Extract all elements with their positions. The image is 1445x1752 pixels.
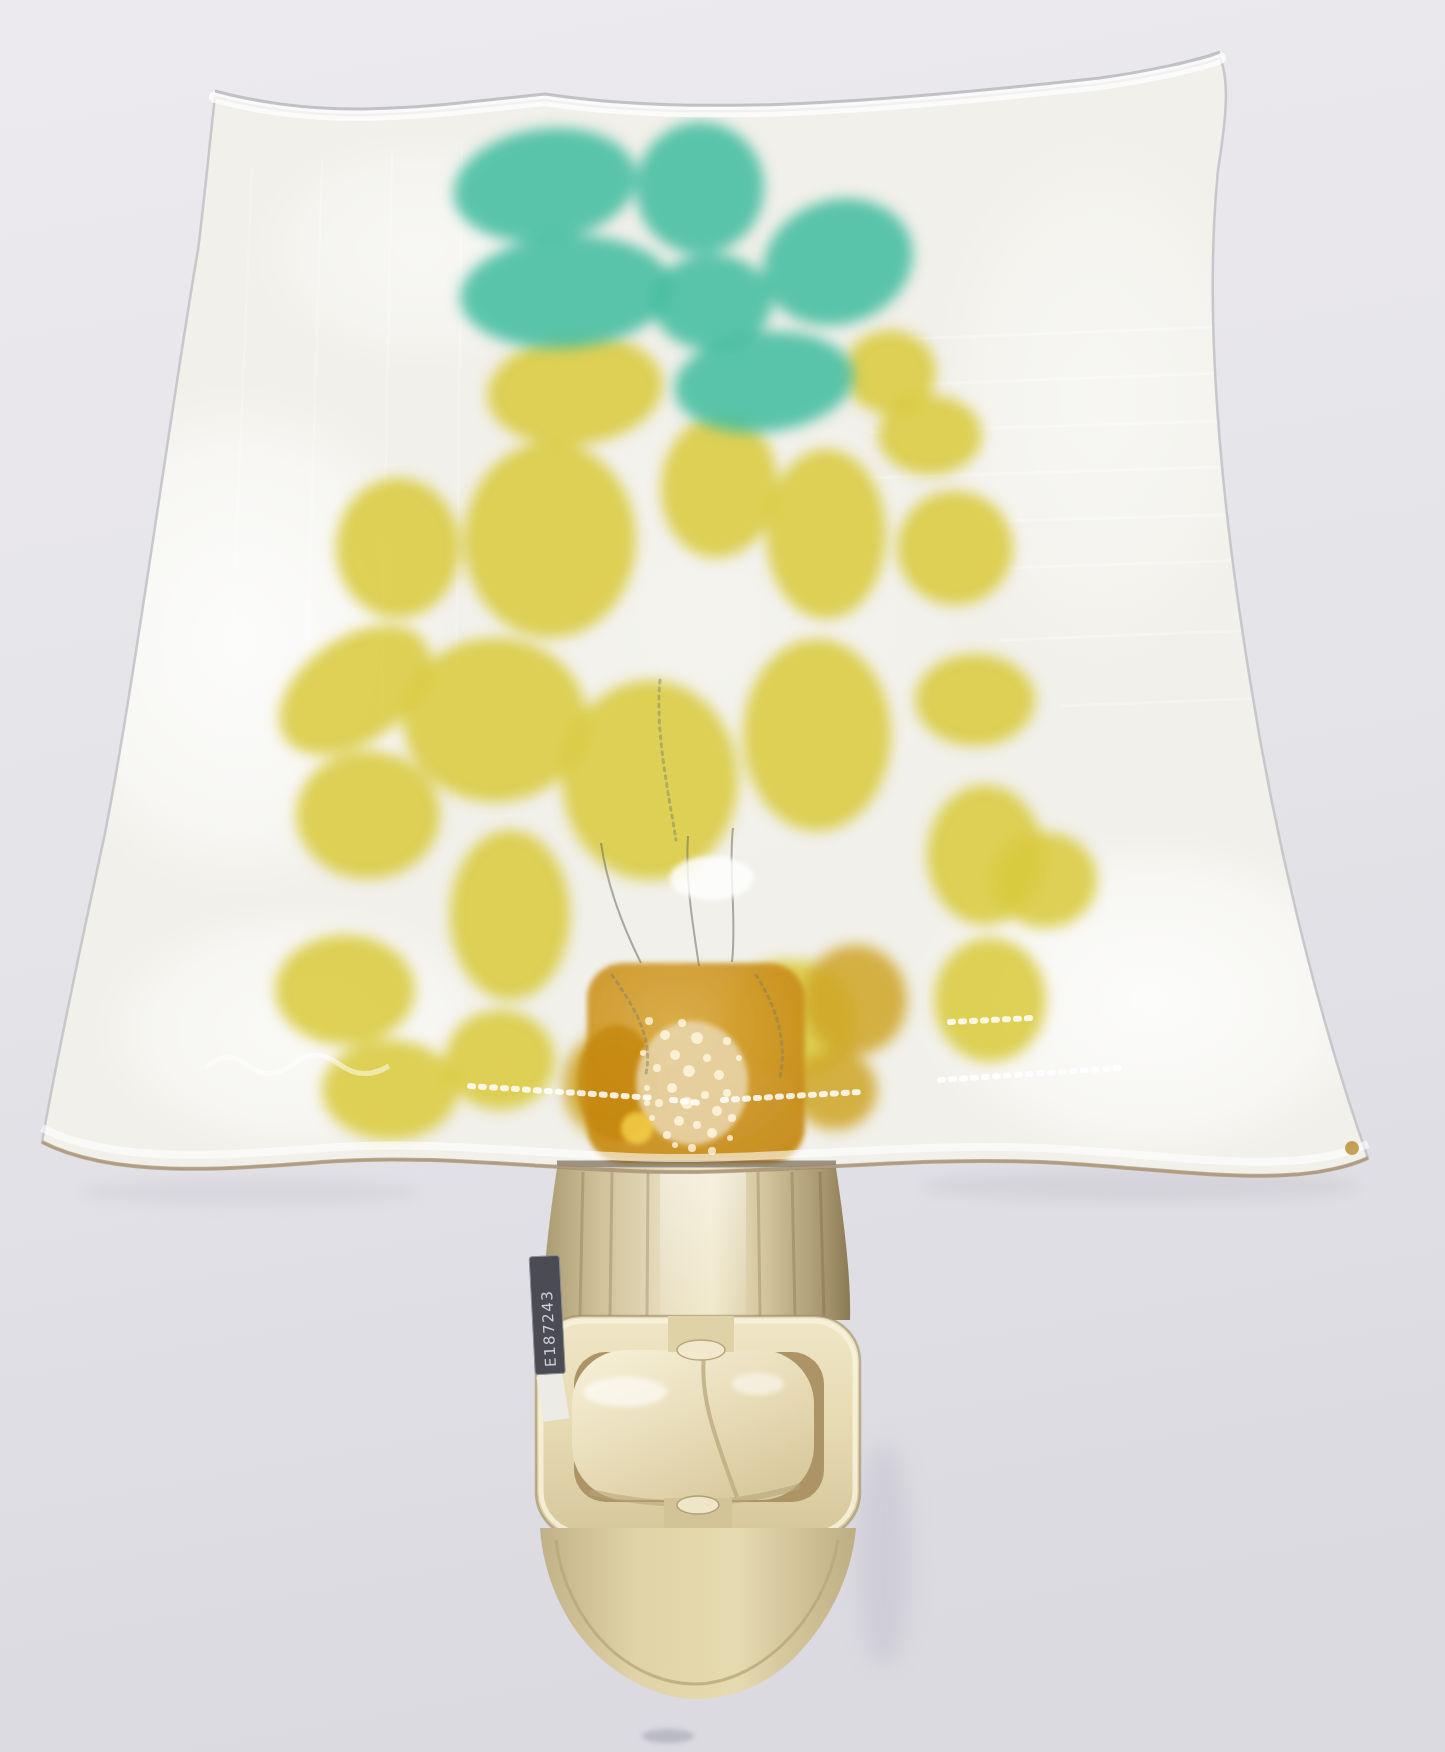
bubble-dot [649, 1115, 655, 1121]
night-light-photo-canvas: E187243 [0, 0, 1445, 1752]
yellow-glass-pebble [878, 395, 982, 475]
yellow-glass-pebble [445, 1010, 555, 1110]
bubble-dot [678, 1019, 686, 1027]
bubble-dot [736, 1055, 742, 1061]
bubble-dot [683, 1065, 695, 1077]
amber-accent-piece [577, 963, 805, 1163]
plug-side-shadow [856, 1443, 912, 1667]
bubble-dot [714, 1070, 724, 1080]
yellow-glass-pebble [322, 1040, 458, 1140]
yellow-glass-pebble [897, 491, 1013, 605]
bubble-dot [723, 1037, 731, 1045]
bubble-dot [644, 1085, 650, 1091]
yellow-glass-pebble [766, 449, 886, 619]
bubble-dot [688, 1144, 696, 1152]
bubble-dot [640, 1050, 646, 1056]
bubble-dot [667, 1083, 677, 1093]
product-photo: E187243 [0, 0, 1445, 1752]
bubble-dot [712, 1106, 722, 1116]
yellow-glass-pebble [403, 638, 587, 802]
bubble-dot [674, 1116, 684, 1126]
yellow-glass-pebble [336, 478, 460, 618]
yellow-glass-pebble [934, 938, 1046, 1062]
iridescent-patch [670, 856, 754, 900]
yellow-glass-pebble [743, 639, 891, 831]
yellow-glass-pebble [296, 751, 440, 879]
yellow-glass-pebble [275, 935, 415, 1045]
bubble-dot [693, 1121, 701, 1129]
bubble-dot [655, 1099, 663, 1107]
bubble-dot [703, 1054, 711, 1062]
bubble-dot [660, 1030, 670, 1040]
bubble-dot [691, 1032, 703, 1044]
bubble-dot [728, 1114, 736, 1122]
plug-tip-shadow [642, 1729, 694, 1743]
yellow-glass-pebble [915, 654, 1035, 746]
gold-glass-pebble [803, 945, 907, 1055]
rotary-switch-knob [572, 1350, 814, 1500]
bubble-dot [672, 1142, 678, 1148]
bubble-dot [663, 1131, 671, 1139]
yellow-glass-pebble [450, 830, 570, 1000]
bubble-dot [707, 1128, 717, 1138]
bubble-dot [645, 1017, 653, 1025]
glass-drop-shadow-left [80, 1179, 420, 1205]
bubble-dot [701, 1091, 709, 1099]
corner-amber-drip [1345, 1141, 1359, 1155]
amber-glint [621, 1112, 653, 1144]
yellow-glass-pebble [562, 680, 738, 880]
knob-axle-pin-bottom [677, 1496, 719, 1514]
sparkle-dash-row [672, 1100, 700, 1103]
collar-highlight [660, 1172, 746, 1318]
bubble-dot [727, 1135, 733, 1141]
knob-glint [583, 1377, 667, 1407]
bubble-dot [653, 1064, 661, 1072]
bubble-dot [723, 1089, 731, 1097]
yellow-glass-pebble [464, 442, 636, 638]
bubble-dot [644, 1100, 650, 1106]
knob-glint-2 [732, 1373, 784, 1395]
knob-axle-pin-top [677, 1340, 725, 1360]
yellow-glass-pebble [993, 832, 1097, 928]
glass-plate [20, 58, 1390, 1176]
gold-glass-pebble [793, 1050, 877, 1130]
bubble-dot [670, 1050, 680, 1060]
